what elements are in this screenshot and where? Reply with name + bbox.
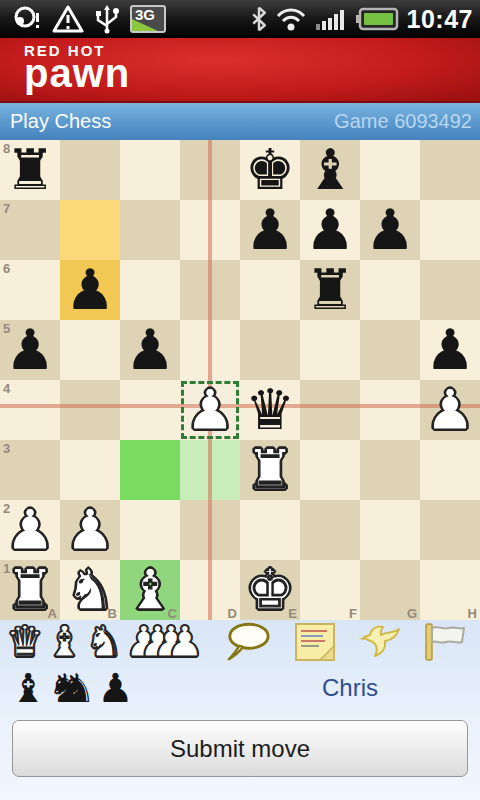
piece-black-bishop-f8[interactable]: ♝ [300, 140, 360, 200]
warning-icon [52, 5, 84, 33]
square-e6[interactable] [240, 260, 300, 320]
square-h4[interactable]: ♟ [420, 380, 480, 440]
square-g7[interactable]: ♟ [360, 200, 420, 260]
square-h3[interactable] [420, 440, 480, 500]
square-b4[interactable] [60, 380, 120, 440]
note-icon [294, 622, 336, 662]
square-f7[interactable]: ♟ [300, 200, 360, 260]
piece-white-pawn-d4[interactable]: ♟ [180, 380, 240, 440]
square-a5[interactable]: 5♟ [0, 320, 60, 380]
clock: 10:47 [407, 5, 476, 34]
piece-black-rook-a8[interactable]: ♜ [0, 140, 60, 200]
square-a1[interactable]: 1A♜ [0, 560, 60, 620]
square-e5[interactable] [240, 320, 300, 380]
dove-icon [358, 622, 402, 662]
square-f8[interactable]: ♝ [300, 140, 360, 200]
square-f3[interactable] [300, 440, 360, 500]
square-c5[interactable]: ♟ [120, 320, 180, 380]
square-b7[interactable] [60, 200, 120, 260]
square-h6[interactable] [420, 260, 480, 320]
square-c3[interactable] [120, 440, 180, 500]
square-h7[interactable] [420, 200, 480, 260]
notification-icons: 3G [0, 4, 166, 34]
square-b1[interactable]: B♞ [60, 560, 120, 620]
bluetooth-icon [251, 6, 267, 32]
bottom-panel: ♛♝♞♟♟♟♟ [0, 620, 480, 800]
piece-black-pawn-g7[interactable]: ♟ [360, 200, 420, 260]
chat-button[interactable] [225, 620, 271, 664]
square-c6[interactable] [120, 260, 180, 320]
chat-bubble-icon [225, 621, 271, 663]
captured-black-knight: ♞ [60, 665, 96, 711]
square-g8[interactable] [360, 140, 420, 200]
square-g3[interactable] [360, 440, 420, 500]
square-b6[interactable]: ♟ [60, 260, 120, 320]
square-g2[interactable] [360, 500, 420, 560]
rank-label: 7 [3, 201, 10, 216]
rank-label: 3 [3, 441, 10, 456]
square-h5[interactable]: ♟ [420, 320, 480, 380]
offer-draw-button[interactable] [357, 620, 403, 664]
square-a2[interactable]: 2♟ [0, 500, 60, 560]
captured-white-knight: ♞ [85, 620, 123, 664]
piece-white-knight-b1[interactable]: ♞ [60, 560, 120, 620]
rank-label: 4 [3, 381, 10, 396]
piece-white-pawn-h4[interactable]: ♟ [420, 380, 480, 440]
submit-move-button[interactable]: Submit move [12, 720, 468, 777]
captured-black-bishop: ♝ [10, 665, 46, 711]
piece-black-pawn-b6[interactable]: ♟ [60, 260, 120, 320]
piece-black-pawn-a5[interactable]: ♟ [0, 320, 60, 380]
resign-flag-icon [422, 622, 466, 662]
mobile-data-3g-icon: 3G [130, 5, 166, 33]
square-b2[interactable]: ♟ [60, 500, 120, 560]
square-f1[interactable]: F [300, 560, 360, 620]
page-title: Play Chess [0, 110, 111, 133]
square-e3[interactable]: ♜ [240, 440, 300, 500]
captured-black-pieces: ♝♞♞♟Chris [0, 664, 480, 712]
square-b3[interactable] [60, 440, 120, 500]
square-a4[interactable]: 4 [0, 380, 60, 440]
square-g1[interactable]: G [360, 560, 420, 620]
square-f5[interactable] [300, 320, 360, 380]
file-label: D [228, 606, 237, 621]
square-a6[interactable]: 6 [0, 260, 60, 320]
piece-white-rook-e3[interactable]: ♜ [240, 440, 300, 500]
square-h2[interactable] [420, 500, 480, 560]
square-a7[interactable]: 7 [0, 200, 60, 260]
square-b8[interactable] [60, 140, 120, 200]
square-c7[interactable] [120, 200, 180, 260]
signal-strength-icon [315, 6, 347, 32]
piece-white-rook-a1[interactable]: ♜ [0, 560, 60, 620]
piece-black-pawn-e7[interactable]: ♟ [240, 200, 300, 260]
opponent-name: Chris [240, 664, 460, 712]
rank-label: 6 [3, 261, 10, 276]
piece-black-king-e8[interactable]: ♚ [240, 140, 300, 200]
captured-white-bishop: ♝ [46, 620, 84, 664]
sync-error-icon [12, 5, 42, 33]
resign-button[interactable] [421, 620, 467, 664]
piece-black-queen-e4[interactable]: ♛ [240, 380, 300, 440]
captured-black-pawn: ♟ [98, 665, 134, 711]
piece-black-pawn-c5[interactable]: ♟ [120, 320, 180, 380]
battery-icon [355, 6, 399, 32]
status-bar: 3G 10:47 [0, 0, 480, 38]
game-notes-button[interactable] [292, 620, 338, 664]
square-f4[interactable] [300, 380, 360, 440]
square-e4[interactable]: ♛ [240, 380, 300, 440]
piece-black-pawn-h5[interactable]: ♟ [420, 320, 480, 380]
file-label: G [407, 606, 417, 621]
piece-black-rook-f6[interactable]: ♜ [300, 260, 360, 320]
square-g4[interactable] [360, 380, 420, 440]
square-h8[interactable] [420, 140, 480, 200]
square-e8[interactable]: ♚ [240, 140, 300, 200]
square-f2[interactable] [300, 500, 360, 560]
captured-white-queen: ♛ [6, 620, 44, 664]
square-e1[interactable]: E♚ [240, 560, 300, 620]
square-c8[interactable] [120, 140, 180, 200]
piece-white-bishop-c1[interactable]: ♝ [120, 560, 180, 620]
square-d4[interactable]: ♟ [180, 380, 240, 440]
app-logo: RED HOT pawn [24, 42, 130, 93]
game-number-label: Game 6093492 [334, 110, 472, 133]
piece-white-pawn-b2[interactable]: ♟ [60, 500, 120, 560]
square-a8[interactable]: 8♜ [0, 140, 60, 200]
app-header: RED HOT pawn [0, 38, 480, 103]
square-b5[interactable] [60, 320, 120, 380]
square-c1[interactable]: C♝ [120, 560, 180, 620]
square-h1[interactable]: H [420, 560, 480, 620]
square-c2[interactable] [120, 500, 180, 560]
captured-white-pieces: ♛♝♞♟♟♟♟ [0, 620, 480, 664]
file-label: H [468, 606, 477, 621]
square-e7[interactable]: ♟ [240, 200, 300, 260]
piece-black-pawn-f7[interactable]: ♟ [300, 200, 360, 260]
square-g6[interactable] [360, 260, 420, 320]
wifi-icon [275, 6, 307, 32]
usb-icon [94, 4, 120, 34]
piece-white-pawn-a2[interactable]: ♟ [0, 500, 60, 560]
captured-white-pawn: ♟ [166, 620, 204, 664]
square-e2[interactable] [240, 500, 300, 560]
square-a3[interactable]: 3 [0, 440, 60, 500]
square-f6[interactable]: ♜ [300, 260, 360, 320]
square-g5[interactable] [360, 320, 420, 380]
piece-white-king-e1[interactable]: ♚ [240, 560, 300, 620]
file-label: F [349, 606, 357, 621]
logo-main-text: pawn [24, 53, 130, 93]
nav-bar: Play Chess Game 6093492 [0, 103, 480, 140]
square-c4[interactable] [120, 380, 180, 440]
chess-board[interactable]: 8♜♚♝7♟♟♟6♟♜5♟♟♟4♟♛♟3♜2♟♟1A♜B♞C♝DE♚FGH [0, 140, 480, 620]
